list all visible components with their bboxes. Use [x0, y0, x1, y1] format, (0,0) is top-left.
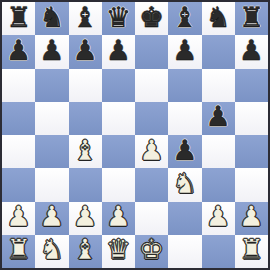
square-f2[interactable] — [168, 202, 201, 235]
square-h2[interactable]: ♟ — [235, 202, 268, 235]
black-knight[interactable]: ♞ — [39, 4, 64, 32]
square-b1[interactable]: ♞ — [35, 235, 68, 268]
board-grid: ♜♞♝♛♚♝♞♜♟♟♟♟♟♟♟♝♟♟♞♟♟♟♟♟♟♜♞♝♛♚♜ — [2, 2, 268, 268]
square-b7[interactable]: ♟ — [35, 35, 68, 68]
square-h8[interactable]: ♜ — [235, 2, 268, 35]
black-rook[interactable]: ♜ — [6, 4, 31, 32]
black-rook[interactable]: ♜ — [239, 4, 264, 32]
square-f3[interactable]: ♞ — [168, 168, 201, 201]
square-f4[interactable]: ♟ — [168, 135, 201, 168]
square-c5[interactable] — [69, 102, 102, 135]
white-queen[interactable]: ♛ — [106, 236, 131, 264]
square-g6[interactable] — [202, 69, 235, 102]
square-b5[interactable] — [35, 102, 68, 135]
square-a7[interactable]: ♟ — [2, 35, 35, 68]
square-c6[interactable] — [69, 69, 102, 102]
white-king[interactable]: ♚ — [139, 236, 164, 264]
square-e6[interactable] — [135, 69, 168, 102]
square-h1[interactable]: ♜ — [235, 235, 268, 268]
black-king[interactable]: ♚ — [139, 4, 164, 32]
black-pawn[interactable]: ♟ — [39, 37, 64, 65]
square-d3[interactable] — [102, 168, 135, 201]
black-queen[interactable]: ♛ — [106, 4, 131, 32]
square-a3[interactable] — [2, 168, 35, 201]
black-pawn[interactable]: ♟ — [239, 37, 264, 65]
white-rook[interactable]: ♜ — [6, 236, 31, 264]
square-h7[interactable]: ♟ — [235, 35, 268, 68]
white-pawn[interactable]: ♟ — [206, 203, 231, 231]
square-d6[interactable] — [102, 69, 135, 102]
square-h3[interactable] — [235, 168, 268, 201]
black-pawn[interactable]: ♟ — [6, 37, 31, 65]
square-e3[interactable] — [135, 168, 168, 201]
square-g7[interactable] — [202, 35, 235, 68]
square-h6[interactable] — [235, 69, 268, 102]
square-g4[interactable] — [202, 135, 235, 168]
square-c4[interactable]: ♝ — [69, 135, 102, 168]
white-pawn[interactable]: ♟ — [239, 203, 264, 231]
white-pawn[interactable]: ♟ — [139, 137, 164, 165]
square-g5[interactable]: ♟ — [202, 102, 235, 135]
square-a5[interactable] — [2, 102, 35, 135]
black-pawn[interactable]: ♟ — [206, 103, 231, 131]
square-d2[interactable]: ♟ — [102, 202, 135, 235]
square-g3[interactable] — [202, 168, 235, 201]
white-pawn[interactable]: ♟ — [106, 203, 131, 231]
square-g1[interactable] — [202, 235, 235, 268]
black-pawn[interactable]: ♟ — [172, 137, 197, 165]
square-c7[interactable]: ♟ — [69, 35, 102, 68]
black-bishop[interactable]: ♝ — [172, 4, 197, 32]
square-d1[interactable]: ♛ — [102, 235, 135, 268]
square-d4[interactable] — [102, 135, 135, 168]
square-f6[interactable] — [168, 69, 201, 102]
white-knight[interactable]: ♞ — [172, 170, 197, 198]
square-a2[interactable]: ♟ — [2, 202, 35, 235]
white-pawn[interactable]: ♟ — [6, 203, 31, 231]
square-d7[interactable]: ♟ — [102, 35, 135, 68]
black-pawn[interactable]: ♟ — [172, 37, 197, 65]
square-e1[interactable]: ♚ — [135, 235, 168, 268]
black-knight[interactable]: ♞ — [206, 4, 231, 32]
square-b2[interactable]: ♟ — [35, 202, 68, 235]
square-a1[interactable]: ♜ — [2, 235, 35, 268]
square-a6[interactable] — [2, 69, 35, 102]
square-f1[interactable] — [168, 235, 201, 268]
square-b3[interactable] — [35, 168, 68, 201]
square-f8[interactable]: ♝ — [168, 2, 201, 35]
square-e8[interactable]: ♚ — [135, 2, 168, 35]
square-c2[interactable]: ♟ — [69, 202, 102, 235]
black-bishop[interactable]: ♝ — [73, 4, 98, 32]
white-pawn[interactable]: ♟ — [73, 203, 98, 231]
square-f5[interactable] — [168, 102, 201, 135]
square-h5[interactable] — [235, 102, 268, 135]
chess-board: ♜♞♝♛♚♝♞♜♟♟♟♟♟♟♟♝♟♟♞♟♟♟♟♟♟♜♞♝♛♚♜ — [0, 0, 270, 270]
square-g2[interactable]: ♟ — [202, 202, 235, 235]
white-bishop[interactable]: ♝ — [73, 137, 98, 165]
square-e4[interactable]: ♟ — [135, 135, 168, 168]
square-e7[interactable] — [135, 35, 168, 68]
square-e2[interactable] — [135, 202, 168, 235]
square-b4[interactable] — [35, 135, 68, 168]
square-c3[interactable] — [69, 168, 102, 201]
white-bishop[interactable]: ♝ — [73, 236, 98, 264]
square-g8[interactable]: ♞ — [202, 2, 235, 35]
square-a4[interactable] — [2, 135, 35, 168]
square-e5[interactable] — [135, 102, 168, 135]
square-a8[interactable]: ♜ — [2, 2, 35, 35]
square-f7[interactable]: ♟ — [168, 35, 201, 68]
square-d8[interactable]: ♛ — [102, 2, 135, 35]
black-pawn[interactable]: ♟ — [106, 37, 131, 65]
square-c1[interactable]: ♝ — [69, 235, 102, 268]
square-h4[interactable] — [235, 135, 268, 168]
square-b6[interactable] — [35, 69, 68, 102]
white-rook[interactable]: ♜ — [239, 236, 264, 264]
square-c8[interactable]: ♝ — [69, 2, 102, 35]
black-pawn[interactable]: ♟ — [73, 37, 98, 65]
white-pawn[interactable]: ♟ — [39, 203, 64, 231]
white-knight[interactable]: ♞ — [39, 236, 64, 264]
square-d5[interactable] — [102, 102, 135, 135]
square-b8[interactable]: ♞ — [35, 2, 68, 35]
